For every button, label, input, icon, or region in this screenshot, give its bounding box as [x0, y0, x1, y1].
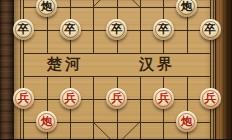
piece-red-soldier[interactable]: 兵 — [200, 88, 221, 109]
river-label-right: 汉界 — [139, 53, 175, 76]
piece-red-soldier[interactable]: 兵 — [13, 88, 34, 109]
game-board[interactable]: 楚河 汉界 炮炮卒卒卒卒卒兵兵兵兵炮炮兵 — [0, 0, 232, 139]
piece-black-soldier[interactable]: 卒 — [106, 19, 127, 40]
grid-cell — [117, 53, 140, 76]
piece-label: 卒 — [106, 19, 127, 40]
piece-red-soldier[interactable]: 兵 — [60, 88, 81, 109]
grid-cell — [117, 122, 140, 140]
piece-label: 兵 — [60, 88, 81, 109]
piece-label: 卒 — [200, 19, 221, 40]
piece-black-soldier[interactable]: 卒 — [200, 19, 221, 40]
piece-label: 炮 — [36, 0, 57, 17]
piece-label: 兵 — [200, 88, 221, 109]
piece-label: 炮 — [36, 111, 57, 132]
grid-cell — [23, 53, 46, 76]
grid-cell — [70, 122, 93, 140]
piece-label: 卒 — [60, 19, 81, 40]
piece-black-soldier[interactable]: 卒 — [60, 19, 81, 40]
grid-cell — [187, 53, 210, 76]
piece-red-cannon[interactable]: 炮 — [36, 111, 57, 132]
piece-black-cannon[interactable]: 炮 — [36, 0, 57, 17]
piece-black-cannon[interactable]: 炮 — [176, 0, 197, 17]
grid-cell — [93, 53, 116, 76]
piece-black-soldier[interactable]: 卒 — [13, 19, 34, 40]
piece-label: 兵 — [106, 88, 127, 109]
piece-red-soldier[interactable]: 兵 — [106, 88, 127, 109]
piece-label: 兵 — [153, 88, 174, 109]
piece-label: 炮 — [176, 0, 197, 17]
grid-cell — [93, 122, 116, 140]
grid-cell — [140, 122, 163, 140]
piece-label: 兵 — [13, 88, 34, 109]
piece-red-cannon[interactable]: 炮 — [176, 111, 197, 132]
piece-label: 卒 — [153, 19, 174, 40]
piece-label: 卒 — [13, 19, 34, 40]
river-label-left: 楚河 — [47, 53, 83, 76]
piece-red-soldier[interactable]: 兵 — [153, 88, 174, 109]
piece-black-soldier[interactable]: 卒 — [153, 19, 174, 40]
piece-label: 炮 — [176, 111, 197, 132]
board-frame-left — [0, 0, 14, 139]
